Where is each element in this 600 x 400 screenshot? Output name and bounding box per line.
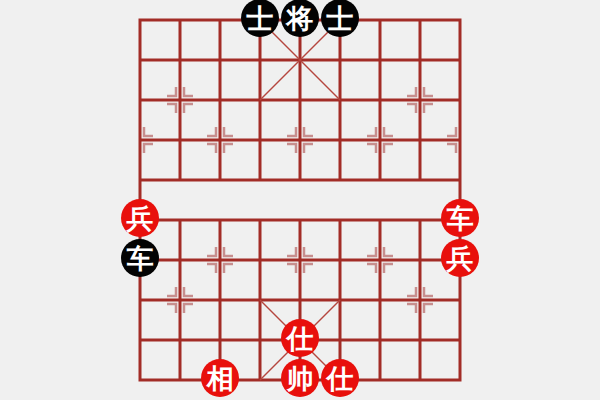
intersection-2-7[interactable] xyxy=(200,280,240,320)
intersection-1-4[interactable] xyxy=(160,160,200,200)
intersection-6-2[interactable] xyxy=(360,80,400,120)
intersection-8-7[interactable] xyxy=(440,280,480,320)
intersection-8-4[interactable] xyxy=(440,160,480,200)
intersection-2-2[interactable] xyxy=(200,80,240,120)
intersection-6-5[interactable] xyxy=(360,200,400,240)
intersection-3-8[interactable] xyxy=(240,320,280,360)
intersection-2-0[interactable] xyxy=(200,0,240,40)
intersection-8-2[interactable] xyxy=(440,80,480,120)
intersection-7-0[interactable] xyxy=(400,0,440,40)
intersection-6-7[interactable] xyxy=(360,280,400,320)
intersection-7-9[interactable] xyxy=(400,360,440,400)
intersection-6-1[interactable] xyxy=(360,40,400,80)
intersection-2-3[interactable] xyxy=(200,120,240,160)
intersection-4-7[interactable] xyxy=(280,280,320,320)
piece-red-pawn-left[interactable]: 兵 xyxy=(121,199,159,237)
intersection-8-8[interactable] xyxy=(440,320,480,360)
intersection-0-3[interactable] xyxy=(120,120,160,160)
intersection-4-4[interactable] xyxy=(280,160,320,200)
intersection-5-4[interactable] xyxy=(320,160,360,200)
intersection-5-5[interactable] xyxy=(320,200,360,240)
intersection-4-3[interactable] xyxy=(280,120,320,160)
intersection-0-1[interactable] xyxy=(120,40,160,80)
intersection-0-9[interactable] xyxy=(120,360,160,400)
intersection-7-5[interactable] xyxy=(400,200,440,240)
piece-black-general[interactable]: 将 xyxy=(281,0,319,37)
piece-black-advisor-right[interactable]: 士 xyxy=(321,0,359,37)
intersection-3-1[interactable] xyxy=(240,40,280,80)
intersection-4-2[interactable] xyxy=(280,80,320,120)
intersection-7-4[interactable] xyxy=(400,160,440,200)
piece-red-pawn-right[interactable]: 兵 xyxy=(441,239,479,277)
piece-red-chariot[interactable]: 车 xyxy=(441,199,479,237)
intersection-0-8[interactable] xyxy=(120,320,160,360)
intersection-2-5[interactable] xyxy=(200,200,240,240)
intersection-7-2[interactable] xyxy=(400,80,440,120)
intersection-4-5[interactable] xyxy=(280,200,320,240)
intersection-7-3[interactable] xyxy=(400,120,440,160)
intersection-3-4[interactable] xyxy=(240,160,280,200)
intersection-3-9[interactable] xyxy=(240,360,280,400)
intersection-3-3[interactable] xyxy=(240,120,280,160)
intersection-0-7[interactable] xyxy=(120,280,160,320)
intersection-8-1[interactable] xyxy=(440,40,480,80)
intersection-5-1[interactable] xyxy=(320,40,360,80)
intersection-8-0[interactable] xyxy=(440,0,480,40)
intersection-5-8[interactable] xyxy=(320,320,360,360)
intersection-3-5[interactable] xyxy=(240,200,280,240)
intersection-4-6[interactable] xyxy=(280,240,320,280)
intersection-2-6[interactable] xyxy=(200,240,240,280)
intersection-7-6[interactable] xyxy=(400,240,440,280)
intersection-1-3[interactable] xyxy=(160,120,200,160)
intersection-1-5[interactable] xyxy=(160,200,200,240)
piece-red-general[interactable]: 帅 xyxy=(281,359,319,397)
intersection-1-6[interactable] xyxy=(160,240,200,280)
intersection-5-2[interactable] xyxy=(320,80,360,120)
intersection-5-6[interactable] xyxy=(320,240,360,280)
intersection-8-3[interactable] xyxy=(440,120,480,160)
intersection-7-1[interactable] xyxy=(400,40,440,80)
intersection-6-9[interactable] xyxy=(360,360,400,400)
piece-black-advisor-left[interactable]: 士 xyxy=(241,0,279,37)
intersection-6-4[interactable] xyxy=(360,160,400,200)
intersection-7-8[interactable] xyxy=(400,320,440,360)
intersection-7-7[interactable] xyxy=(400,280,440,320)
intersection-2-1[interactable] xyxy=(200,40,240,80)
intersection-5-3[interactable] xyxy=(320,120,360,160)
intersection-6-8[interactable] xyxy=(360,320,400,360)
piece-black-chariot[interactable]: 车 xyxy=(121,239,159,277)
intersection-1-7[interactable] xyxy=(160,280,200,320)
intersection-6-0[interactable] xyxy=(360,0,400,40)
piece-red-advisor-high[interactable]: 仕 xyxy=(281,319,319,357)
intersection-5-7[interactable] xyxy=(320,280,360,320)
intersection-6-3[interactable] xyxy=(360,120,400,160)
intersection-4-1[interactable] xyxy=(280,40,320,80)
intersection-1-1[interactable] xyxy=(160,40,200,80)
intersection-1-9[interactable] xyxy=(160,360,200,400)
intersection-2-8[interactable] xyxy=(200,320,240,360)
board-intersections: 士将士兵车车兵仕相帅仕 xyxy=(120,0,480,400)
piece-red-elephant[interactable]: 相 xyxy=(201,359,239,397)
intersection-0-4[interactable] xyxy=(120,160,160,200)
intersection-0-0[interactable] xyxy=(120,0,160,40)
intersection-2-4[interactable] xyxy=(200,160,240,200)
intersection-3-6[interactable] xyxy=(240,240,280,280)
intersection-1-0[interactable] xyxy=(160,0,200,40)
intersection-0-2[interactable] xyxy=(120,80,160,120)
intersection-6-6[interactable] xyxy=(360,240,400,280)
intersection-8-9[interactable] xyxy=(440,360,480,400)
piece-red-advisor-low[interactable]: 仕 xyxy=(321,359,359,397)
intersection-3-2[interactable] xyxy=(240,80,280,120)
intersection-3-7[interactable] xyxy=(240,280,280,320)
xiangqi-board: 士将士兵车车兵仕相帅仕 xyxy=(0,0,600,400)
intersection-1-8[interactable] xyxy=(160,320,200,360)
intersection-1-2[interactable] xyxy=(160,80,200,120)
